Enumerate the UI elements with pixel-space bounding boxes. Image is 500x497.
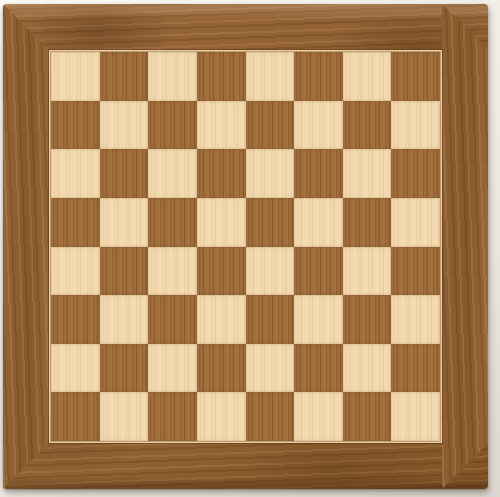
square-a3[interactable] bbox=[51, 295, 100, 344]
square-h2[interactable] bbox=[391, 344, 440, 393]
square-b4[interactable] bbox=[100, 247, 149, 296]
square-h8[interactable] bbox=[391, 52, 440, 101]
square-e5[interactable] bbox=[246, 198, 295, 247]
square-c6[interactable] bbox=[148, 149, 197, 198]
square-e8[interactable] bbox=[246, 52, 295, 101]
square-a1[interactable] bbox=[51, 392, 100, 441]
square-a6[interactable] bbox=[51, 149, 100, 198]
square-b3[interactable] bbox=[100, 295, 149, 344]
square-d2[interactable] bbox=[197, 344, 246, 393]
square-f1[interactable] bbox=[294, 392, 343, 441]
square-e3[interactable] bbox=[246, 295, 295, 344]
square-f7[interactable] bbox=[294, 101, 343, 150]
frame-right-rail bbox=[442, 4, 488, 489]
square-a5[interactable] bbox=[51, 198, 100, 247]
square-f6[interactable] bbox=[294, 149, 343, 198]
square-g7[interactable] bbox=[343, 101, 392, 150]
square-b8[interactable] bbox=[100, 52, 149, 101]
square-h1[interactable] bbox=[391, 392, 440, 441]
square-h5[interactable] bbox=[391, 198, 440, 247]
board-grid bbox=[51, 52, 440, 441]
square-e1[interactable] bbox=[246, 392, 295, 441]
square-c5[interactable] bbox=[148, 198, 197, 247]
square-d3[interactable] bbox=[197, 295, 246, 344]
frame-left-rail bbox=[3, 4, 49, 489]
square-g6[interactable] bbox=[343, 149, 392, 198]
square-c7[interactable] bbox=[148, 101, 197, 150]
square-c2[interactable] bbox=[148, 344, 197, 393]
square-a7[interactable] bbox=[51, 101, 100, 150]
pinstripe-inlay bbox=[49, 50, 442, 443]
square-d4[interactable] bbox=[197, 247, 246, 296]
square-a2[interactable] bbox=[51, 344, 100, 393]
square-f5[interactable] bbox=[294, 198, 343, 247]
square-g4[interactable] bbox=[343, 247, 392, 296]
square-f4[interactable] bbox=[294, 247, 343, 296]
square-d5[interactable] bbox=[197, 198, 246, 247]
square-e2[interactable] bbox=[246, 344, 295, 393]
square-a4[interactable] bbox=[51, 247, 100, 296]
square-b5[interactable] bbox=[100, 198, 149, 247]
square-h7[interactable] bbox=[391, 101, 440, 150]
square-d6[interactable] bbox=[197, 149, 246, 198]
square-f8[interactable] bbox=[294, 52, 343, 101]
square-f3[interactable] bbox=[294, 295, 343, 344]
square-h4[interactable] bbox=[391, 247, 440, 296]
square-c1[interactable] bbox=[148, 392, 197, 441]
square-a8[interactable] bbox=[51, 52, 100, 101]
square-d8[interactable] bbox=[197, 52, 246, 101]
square-d1[interactable] bbox=[197, 392, 246, 441]
square-c4[interactable] bbox=[148, 247, 197, 296]
square-b2[interactable] bbox=[100, 344, 149, 393]
square-c8[interactable] bbox=[148, 52, 197, 101]
square-e6[interactable] bbox=[246, 149, 295, 198]
square-g5[interactable] bbox=[343, 198, 392, 247]
square-h6[interactable] bbox=[391, 149, 440, 198]
square-b6[interactable] bbox=[100, 149, 149, 198]
photo-background bbox=[0, 0, 500, 497]
square-d7[interactable] bbox=[197, 101, 246, 150]
square-g3[interactable] bbox=[343, 295, 392, 344]
square-g1[interactable] bbox=[343, 392, 392, 441]
square-e4[interactable] bbox=[246, 247, 295, 296]
square-g2[interactable] bbox=[343, 344, 392, 393]
square-c3[interactable] bbox=[148, 295, 197, 344]
square-f2[interactable] bbox=[294, 344, 343, 393]
square-g8[interactable] bbox=[343, 52, 392, 101]
square-e7[interactable] bbox=[246, 101, 295, 150]
square-b1[interactable] bbox=[100, 392, 149, 441]
chessboard bbox=[3, 4, 488, 489]
square-b7[interactable] bbox=[100, 101, 149, 150]
square-h3[interactable] bbox=[391, 295, 440, 344]
